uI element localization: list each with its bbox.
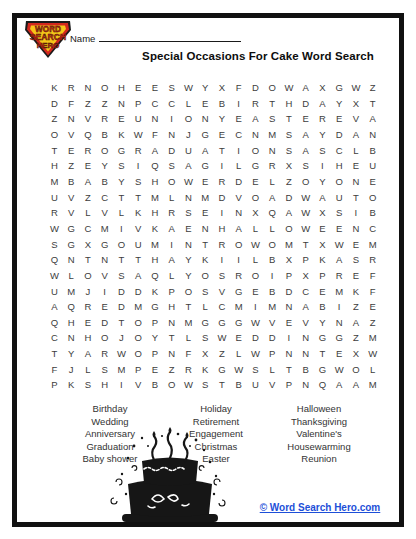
grid-cell-r14c4: I bbox=[96, 283, 113, 299]
grid-cell-r5c3: R bbox=[80, 143, 97, 159]
grid-cell-r10c15: O bbox=[281, 221, 298, 237]
grid-cell-r1c6: E bbox=[130, 80, 147, 96]
grid-cell-r4c17: Y bbox=[314, 127, 331, 143]
grid-cell-r17c20: M bbox=[364, 330, 381, 346]
grid-cell-r8c19: T bbox=[348, 190, 365, 206]
grid-cell-r11c19: E bbox=[348, 236, 365, 252]
footer-link[interactable]: © Word Search Hero.com bbox=[250, 502, 390, 513]
grid-cell-r3c3: V bbox=[80, 111, 97, 127]
grid-cell-r17c2: N bbox=[63, 330, 80, 346]
grid-cell-r13c6: A bbox=[130, 268, 147, 284]
grid-cell-r1c11: X bbox=[214, 80, 231, 96]
grid-cell-r18c1: T bbox=[46, 346, 63, 362]
grid-cell-r1c18: G bbox=[331, 80, 348, 96]
grid-cell-r13c15: P bbox=[281, 268, 298, 284]
grid-cell-r7c8: O bbox=[163, 174, 180, 190]
grid-cell-r1c12: F bbox=[230, 80, 247, 96]
grid-cell-r12c2: N bbox=[63, 252, 80, 268]
grid-cell-r16c11: G bbox=[214, 315, 231, 331]
grid-cell-r12c10: K bbox=[197, 252, 214, 268]
grid-cell-r1c15: W bbox=[281, 80, 298, 96]
grid-cell-r15c20: E bbox=[364, 299, 381, 315]
grid-cell-r15c9: T bbox=[180, 299, 197, 315]
grid-cell-r15c1: A bbox=[46, 299, 63, 315]
svg-text:HERO: HERO bbox=[37, 41, 60, 50]
grid-cell-r18c2: Y bbox=[63, 346, 80, 362]
grid-cell-r2c10: E bbox=[197, 96, 214, 112]
grid-cell-r12c4: N bbox=[96, 252, 113, 268]
grid-cell-r14c15: D bbox=[281, 283, 298, 299]
word-list-item: Thanksgiving bbox=[254, 416, 384, 429]
word-list-item: Valentine's bbox=[254, 428, 384, 441]
grid-cell-r8c18: U bbox=[331, 190, 348, 206]
grid-cell-r3c9: O bbox=[180, 111, 197, 127]
grid-cell-r1c10: Y bbox=[197, 80, 214, 96]
grid-cell-r14c17: E bbox=[314, 283, 331, 299]
grid-cell-r19c4: S bbox=[96, 362, 113, 378]
grid-cell-r7c2: B bbox=[63, 174, 80, 190]
grid-cell-r5c14: N bbox=[264, 143, 281, 159]
grid-cell-r5c6: R bbox=[130, 143, 147, 159]
grid-cell-r2c5: N bbox=[113, 96, 130, 112]
grid-cell-r20c20: M bbox=[364, 377, 381, 393]
grid-cell-r1c4: O bbox=[96, 80, 113, 96]
grid-cell-r19c17: G bbox=[314, 362, 331, 378]
grid-cell-r3c14: S bbox=[264, 111, 281, 127]
grid-cell-r7c13: E bbox=[247, 174, 264, 190]
grid-cell-r20c17: Q bbox=[314, 377, 331, 393]
grid-cell-r7c20: E bbox=[364, 174, 381, 190]
grid-cell-r8c15: D bbox=[281, 190, 298, 206]
grid-cell-r18c14: P bbox=[264, 346, 281, 362]
grid-cell-r3c11: Y bbox=[214, 111, 231, 127]
grid-cell-r7c17: Y bbox=[314, 174, 331, 190]
grid-cell-r17c12: E bbox=[230, 330, 247, 346]
grid-cell-r5c12: I bbox=[230, 143, 247, 159]
grid-cell-r16c8: N bbox=[163, 315, 180, 331]
grid-cell-r2c18: Y bbox=[331, 96, 348, 112]
grid-cell-r7c7: H bbox=[147, 174, 164, 190]
grid-cell-r13c17: P bbox=[314, 268, 331, 284]
grid-cell-r1c8: S bbox=[163, 80, 180, 96]
grid-cell-r16c17: Y bbox=[314, 315, 331, 331]
grid-cell-r15c14: M bbox=[264, 299, 281, 315]
grid-cell-r5c7: A bbox=[147, 143, 164, 159]
grid-cell-r12c19: S bbox=[348, 252, 365, 268]
grid-cell-r12c15: X bbox=[281, 252, 298, 268]
grid-cell-r8c12: V bbox=[230, 190, 247, 206]
grid-cell-r8c16: W bbox=[297, 190, 314, 206]
grid-cell-r16c3: E bbox=[80, 315, 97, 331]
grid-cell-r19c6: P bbox=[130, 362, 147, 378]
grid-cell-r16c15: E bbox=[281, 315, 298, 331]
grid-cell-r4c11: E bbox=[214, 127, 231, 143]
grid-cell-r11c18: W bbox=[331, 236, 348, 252]
grid-cell-r3c4: R bbox=[96, 111, 113, 127]
grid-cell-r3c8: I bbox=[163, 111, 180, 127]
grid-cell-r17c5: J bbox=[113, 330, 130, 346]
grid-cell-r7c14: L bbox=[264, 174, 281, 190]
grid-cell-r6c14: R bbox=[264, 158, 281, 174]
grid-cell-r15c8: H bbox=[163, 299, 180, 315]
grid-cell-r11c4: G bbox=[96, 236, 113, 252]
grid-cell-r10c16: W bbox=[297, 221, 314, 237]
grid-cell-r12c8: A bbox=[163, 252, 180, 268]
grid-cell-r9c5: L bbox=[113, 205, 130, 221]
grid-cell-r14c20: F bbox=[364, 283, 381, 299]
grid-cell-r3c18: E bbox=[331, 111, 348, 127]
grid-cell-r17c18: G bbox=[331, 330, 348, 346]
letter-grid: KRNOHEESWYXFDOWAXGWZDFZZNPCCLEBIRTHDAYXT… bbox=[46, 80, 381, 393]
grid-cell-r14c12: G bbox=[230, 283, 247, 299]
grid-cell-r3c1: Z bbox=[46, 111, 63, 127]
grid-cell-r1c19: W bbox=[348, 80, 365, 96]
grid-cell-r19c3: L bbox=[80, 362, 97, 378]
grid-cell-r14c11: V bbox=[214, 283, 231, 299]
grid-cell-r6c5: S bbox=[113, 158, 130, 174]
grid-cell-r6c12: L bbox=[230, 158, 247, 174]
grid-cell-r9c17: X bbox=[314, 205, 331, 221]
grid-cell-r6c10: G bbox=[197, 158, 214, 174]
grid-cell-r3c19: V bbox=[348, 111, 365, 127]
grid-cell-r5c11: T bbox=[214, 143, 231, 159]
grid-cell-r15c11: C bbox=[214, 299, 231, 315]
grid-cell-r9c14: Q bbox=[264, 205, 281, 221]
grid-cell-r13c13: O bbox=[247, 268, 264, 284]
grid-cell-r16c2: H bbox=[63, 315, 80, 331]
grid-cell-r4c8: N bbox=[163, 127, 180, 143]
grid-cell-r13c7: Q bbox=[147, 268, 164, 284]
grid-cell-r17c13: D bbox=[247, 330, 264, 346]
grid-cell-r9c15: A bbox=[281, 205, 298, 221]
grid-cell-r6c8: S bbox=[163, 158, 180, 174]
grid-cell-r17c9: L bbox=[180, 330, 197, 346]
grid-cell-r2c13: R bbox=[247, 96, 264, 112]
grid-cell-r13c10: O bbox=[197, 268, 214, 284]
grid-cell-r2c7: C bbox=[147, 96, 164, 112]
grid-cell-r19c7: E bbox=[147, 362, 164, 378]
grid-cell-r2c19: X bbox=[348, 96, 365, 112]
grid-cell-r9c3: L bbox=[80, 205, 97, 221]
grid-cell-r11c1: S bbox=[46, 236, 63, 252]
grid-cell-r12c17: K bbox=[314, 252, 331, 268]
grid-cell-r1c5: H bbox=[113, 80, 130, 96]
grid-cell-r11c17: X bbox=[314, 236, 331, 252]
grid-cell-r8c5: T bbox=[113, 190, 130, 206]
name-blank-line bbox=[99, 31, 241, 42]
worksheet-page: WORD SEARCH HERO Name Special Occasions … bbox=[0, 0, 416, 539]
grid-cell-r5c4: O bbox=[96, 143, 113, 159]
grid-cell-r10c10: N bbox=[197, 221, 214, 237]
grid-cell-r17c15: I bbox=[281, 330, 298, 346]
word-list-item: Housewarming bbox=[254, 441, 384, 454]
grid-cell-r1c1: K bbox=[46, 80, 63, 96]
grid-cell-r15c17: B bbox=[314, 299, 331, 315]
grid-cell-r14c10: S bbox=[197, 283, 214, 299]
grid-cell-r4c2: V bbox=[63, 127, 80, 143]
grid-cell-r18c7: P bbox=[147, 346, 164, 362]
grid-cell-r12c13: L bbox=[247, 252, 264, 268]
grid-cell-r18c4: R bbox=[96, 346, 113, 362]
grid-cell-r9c12: N bbox=[230, 205, 247, 221]
grid-cell-r16c4: D bbox=[96, 315, 113, 331]
grid-cell-r20c15: P bbox=[281, 377, 298, 393]
grid-cell-r20c9: W bbox=[180, 377, 197, 393]
grid-cell-r12c6: T bbox=[130, 252, 147, 268]
grid-cell-r6c18: H bbox=[331, 158, 348, 174]
grid-cell-r12c16: P bbox=[297, 252, 314, 268]
grid-cell-r9c4: V bbox=[96, 205, 113, 221]
grid-cell-r16c7: P bbox=[147, 315, 164, 331]
grid-cell-r6c6: I bbox=[130, 158, 147, 174]
grid-cell-r12c20: R bbox=[364, 252, 381, 268]
grid-cell-r13c2: L bbox=[63, 268, 80, 284]
grid-cell-r18c10: X bbox=[197, 346, 214, 362]
grid-cell-r12c3: T bbox=[80, 252, 97, 268]
grid-cell-r5c13: O bbox=[247, 143, 264, 159]
grid-cell-r19c8: Z bbox=[163, 362, 180, 378]
grid-cell-r16c10: G bbox=[197, 315, 214, 331]
grid-cell-r10c4: M bbox=[96, 221, 113, 237]
grid-cell-r18c17: T bbox=[314, 346, 331, 362]
grid-cell-r18c13: W bbox=[247, 346, 264, 362]
grid-cell-r10c3: C bbox=[80, 221, 97, 237]
grid-cell-r14c3: J bbox=[80, 283, 97, 299]
grid-cell-r15c4: E bbox=[96, 299, 113, 315]
grid-cell-r6c4: Y bbox=[96, 158, 113, 174]
grid-cell-r7c12: D bbox=[230, 174, 247, 190]
grid-cell-r11c14: O bbox=[264, 236, 281, 252]
grid-cell-r6c17: I bbox=[314, 158, 331, 174]
grid-cell-r19c20: L bbox=[364, 362, 381, 378]
grid-cell-r7c4: B bbox=[96, 174, 113, 190]
grid-cell-r11c15: M bbox=[281, 236, 298, 252]
grid-cell-r2c20: T bbox=[364, 96, 381, 112]
grid-cell-r11c8: I bbox=[163, 236, 180, 252]
grid-cell-r19c13: S bbox=[247, 362, 264, 378]
grid-cell-r15c13: I bbox=[247, 299, 264, 315]
grid-cell-r13c18: R bbox=[331, 268, 348, 284]
grid-cell-r11c9: N bbox=[180, 236, 197, 252]
grid-cell-r14c14: B bbox=[264, 283, 281, 299]
grid-cell-r7c16: O bbox=[297, 174, 314, 190]
grid-cell-r17c3: H bbox=[80, 330, 97, 346]
grid-cell-r9c9: S bbox=[180, 205, 197, 221]
grid-cell-r17c6: O bbox=[130, 330, 147, 346]
grid-cell-r17c14: D bbox=[264, 330, 281, 346]
grid-cell-r16c5: T bbox=[113, 315, 130, 331]
grid-cell-r19c5: M bbox=[113, 362, 130, 378]
grid-cell-r18c8: N bbox=[163, 346, 180, 362]
grid-cell-r11c7: M bbox=[147, 236, 164, 252]
grid-cell-r10c8: A bbox=[163, 221, 180, 237]
grid-cell-r20c3: S bbox=[80, 377, 97, 393]
grid-cell-r20c7: B bbox=[147, 377, 164, 393]
grid-cell-r6c16: S bbox=[297, 158, 314, 174]
grid-cell-r4c9: J bbox=[180, 127, 197, 143]
grid-cell-r13c5: S bbox=[113, 268, 130, 284]
grid-cell-r20c8: O bbox=[163, 377, 180, 393]
grid-cell-r17c11: W bbox=[214, 330, 231, 346]
grid-cell-r14c2: M bbox=[63, 283, 80, 299]
grid-cell-r15c15: N bbox=[281, 299, 298, 315]
grid-cell-r10c18: E bbox=[331, 221, 348, 237]
grid-cell-r15c2: Q bbox=[63, 299, 80, 315]
grid-cell-r4c7: F bbox=[147, 127, 164, 143]
grid-cell-r7c1: M bbox=[46, 174, 63, 190]
grid-cell-r6c19: E bbox=[348, 158, 365, 174]
grid-cell-r5c5: G bbox=[113, 143, 130, 159]
grid-cell-r20c18: A bbox=[331, 377, 348, 393]
grid-cell-r7c5: Y bbox=[113, 174, 130, 190]
word-list-item: Reunion bbox=[254, 453, 384, 466]
grid-cell-r20c12: B bbox=[230, 377, 247, 393]
grid-cell-r10c11: H bbox=[214, 221, 231, 237]
grid-cell-r15c10: L bbox=[197, 299, 214, 315]
grid-cell-r3c12: E bbox=[230, 111, 247, 127]
grid-cell-r10c17: E bbox=[314, 221, 331, 237]
grid-cell-r5c19: L bbox=[348, 143, 365, 159]
grid-cell-r8c7: M bbox=[147, 190, 164, 206]
grid-cell-r13c12: R bbox=[230, 268, 247, 284]
grid-cell-r3c20: A bbox=[364, 111, 381, 127]
grid-cell-r11c3: X bbox=[80, 236, 97, 252]
grid-cell-r4c13: N bbox=[247, 127, 264, 143]
grid-cell-r12c1: Q bbox=[46, 252, 63, 268]
grid-cell-r14c5: D bbox=[113, 283, 130, 299]
grid-cell-r20c4: H bbox=[96, 377, 113, 393]
grid-cell-r13c4: V bbox=[96, 268, 113, 284]
grid-cell-r19c19: O bbox=[348, 362, 365, 378]
grid-cell-r8c8: L bbox=[163, 190, 180, 206]
grid-cell-r9c19: I bbox=[348, 205, 365, 221]
grid-cell-r4c18: D bbox=[331, 127, 348, 143]
grid-cell-r18c20: W bbox=[364, 346, 381, 362]
grid-cell-r13c3: O bbox=[80, 268, 97, 284]
grid-cell-r5c9: U bbox=[180, 143, 197, 159]
grid-cell-r12c9: Y bbox=[180, 252, 197, 268]
grid-cell-r17c17: G bbox=[314, 330, 331, 346]
grid-cell-r17c16: N bbox=[297, 330, 314, 346]
grid-cell-r1c16: A bbox=[297, 80, 314, 96]
grid-cell-r14c19: K bbox=[348, 283, 365, 299]
grid-cell-r13c11: S bbox=[214, 268, 231, 284]
grid-cell-r14c18: M bbox=[331, 283, 348, 299]
grid-cell-r1c20: Z bbox=[364, 80, 381, 96]
grid-cell-r17c8: T bbox=[163, 330, 180, 346]
grid-cell-r4c10: G bbox=[197, 127, 214, 143]
grid-cell-r7c11: R bbox=[214, 174, 231, 190]
grid-cell-r4c3: Q bbox=[80, 127, 97, 143]
grid-cell-r5c8: D bbox=[163, 143, 180, 159]
grid-cell-r11c16: T bbox=[297, 236, 314, 252]
grid-cell-r11c13: W bbox=[247, 236, 264, 252]
grid-cell-r18c3: A bbox=[80, 346, 97, 362]
grid-cell-r5c16: A bbox=[297, 143, 314, 159]
grid-cell-r18c15: N bbox=[281, 346, 298, 362]
word-column-3: HalloweenThanksgivingValentine'sHousewar… bbox=[254, 403, 384, 466]
grid-cell-r8c14: A bbox=[264, 190, 281, 206]
grid-cell-r18c5: W bbox=[113, 346, 130, 362]
grid-cell-r2c8: C bbox=[163, 96, 180, 112]
grid-cell-r13c8: L bbox=[163, 268, 180, 284]
grid-cell-r8c13: O bbox=[247, 190, 264, 206]
grid-cell-r5c17: S bbox=[314, 143, 331, 159]
grid-cell-r20c6: V bbox=[130, 377, 147, 393]
grid-cell-r12c18: A bbox=[331, 252, 348, 268]
grid-cell-r15c5: D bbox=[113, 299, 130, 315]
grid-cell-r10c2: G bbox=[63, 221, 80, 237]
grid-cell-r3c16: E bbox=[297, 111, 314, 127]
grid-cell-r18c9: F bbox=[180, 346, 197, 362]
grid-cell-r11c12: O bbox=[230, 236, 247, 252]
grid-cell-r3c15: T bbox=[281, 111, 298, 127]
grid-cell-r15c18: I bbox=[331, 299, 348, 315]
grid-cell-r12c7: H bbox=[147, 252, 164, 268]
grid-cell-r17c10: S bbox=[197, 330, 214, 346]
grid-cell-r15c7: G bbox=[147, 299, 164, 315]
grid-cell-r2c17: A bbox=[314, 96, 331, 112]
grid-cell-r2c14: T bbox=[264, 96, 281, 112]
grid-cell-r14c7: K bbox=[147, 283, 164, 299]
name-label: Name bbox=[70, 33, 95, 44]
grid-cell-r18c19: X bbox=[348, 346, 365, 362]
grid-cell-r5c18: C bbox=[331, 143, 348, 159]
grid-cell-r7c10: E bbox=[197, 174, 214, 190]
grid-cell-r11c5: O bbox=[113, 236, 130, 252]
grid-cell-r13c9: Y bbox=[180, 268, 197, 284]
grid-cell-r9c8: R bbox=[163, 205, 180, 221]
grid-cell-r7c3: A bbox=[80, 174, 97, 190]
grid-cell-r20c10: S bbox=[197, 377, 214, 393]
grid-cell-r4c6: W bbox=[130, 127, 147, 143]
grid-cell-r10c9: E bbox=[180, 221, 197, 237]
grid-cell-r4c16: A bbox=[297, 127, 314, 143]
grid-cell-r8c20: O bbox=[364, 190, 381, 206]
grid-cell-r16c19: A bbox=[348, 315, 365, 331]
grid-cell-r8c9: N bbox=[180, 190, 197, 206]
grid-cell-r2c11: B bbox=[214, 96, 231, 112]
grid-cell-r2c4: Z bbox=[96, 96, 113, 112]
grid-cell-r4c14: M bbox=[264, 127, 281, 143]
grid-cell-r3c5: E bbox=[113, 111, 130, 127]
grid-cell-r3c6: U bbox=[130, 111, 147, 127]
grid-cell-r13c20: F bbox=[364, 268, 381, 284]
grid-cell-r6c11: I bbox=[214, 158, 231, 174]
grid-cell-r20c5: I bbox=[113, 377, 130, 393]
grid-cell-r4c1: O bbox=[46, 127, 63, 143]
grid-cell-r18c6: O bbox=[130, 346, 147, 362]
grid-cell-r10c12: A bbox=[230, 221, 247, 237]
grid-cell-r19c1: F bbox=[46, 362, 63, 378]
grid-cell-r17c1: C bbox=[46, 330, 63, 346]
grid-cell-r15c3: R bbox=[80, 299, 97, 315]
grid-cell-r15c12: M bbox=[230, 299, 247, 315]
grid-cell-r9c10: E bbox=[197, 205, 214, 221]
grid-cell-r13c19: E bbox=[348, 268, 365, 284]
grid-cell-r12c14: B bbox=[264, 252, 281, 268]
grid-cell-r19c14: L bbox=[264, 362, 281, 378]
grid-cell-r20c11: T bbox=[214, 377, 231, 393]
grid-cell-r10c13: L bbox=[247, 221, 264, 237]
grid-cell-r10c6: V bbox=[130, 221, 147, 237]
grid-cell-r18c18: E bbox=[331, 346, 348, 362]
grid-cell-r16c1: Q bbox=[46, 315, 63, 331]
grid-cell-r18c11: Z bbox=[214, 346, 231, 362]
grid-cell-r18c16: N bbox=[297, 346, 314, 362]
grid-cell-r5c10: A bbox=[197, 143, 214, 159]
grid-cell-r8c2: V bbox=[63, 190, 80, 206]
